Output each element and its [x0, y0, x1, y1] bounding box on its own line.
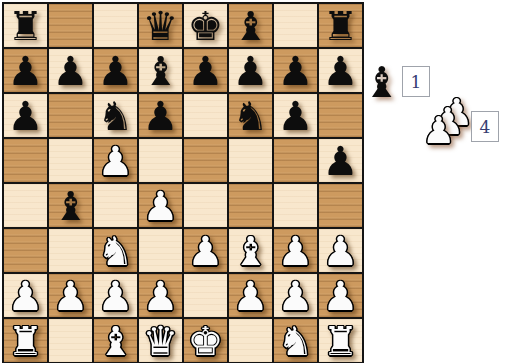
white-pawn-count-box: 4 [471, 111, 499, 142]
square-e5[interactable] [184, 139, 227, 182]
piece-black-pawn[interactable]: ♟ [278, 51, 314, 91]
square-b3[interactable] [49, 229, 92, 272]
square-b8[interactable] [49, 4, 92, 47]
square-f2[interactable]: ♟ [229, 274, 272, 317]
square-b6[interactable] [49, 94, 92, 137]
piece-white-pawn[interactable]: ♟ [233, 276, 269, 316]
piece-black-pawn[interactable]: ♟ [8, 51, 44, 91]
piece-black-rook[interactable]: ♜ [323, 6, 359, 46]
square-e2[interactable] [184, 274, 227, 317]
square-e4[interactable] [184, 184, 227, 227]
square-d7[interactable]: ♝ [139, 49, 182, 92]
square-g6[interactable]: ♟ [274, 94, 317, 137]
chess-board: ♜♛♚♝♜♟♟♟♝♟♟♟♟♟♞♟♞♟♟♟♝♟♞♟♝♟♟♟♟♟♟♟♟♟♜♝♛♚♞♜ [2, 2, 364, 363]
square-f8[interactable]: ♝ [229, 4, 272, 47]
square-e1[interactable]: ♚ [184, 319, 227, 362]
piece-black-pawn[interactable]: ♟ [53, 51, 89, 91]
white-pawn-count: 4 [480, 117, 491, 137]
piece-black-knight[interactable]: ♞ [98, 96, 134, 136]
square-e3[interactable]: ♟ [184, 229, 227, 272]
piece-white-pawn[interactable]: ♟ [8, 276, 44, 316]
square-f7[interactable]: ♟ [229, 49, 272, 92]
piece-white-pawn[interactable]: ♟ [143, 276, 179, 316]
black-bishop-icon: ♝ [363, 62, 401, 104]
square-a3[interactable] [4, 229, 47, 272]
piece-black-pawn[interactable]: ♟ [233, 51, 269, 91]
piece-white-pawn[interactable]: ♟ [188, 231, 224, 271]
piece-black-pawn[interactable]: ♟ [278, 96, 314, 136]
square-g4[interactable] [274, 184, 317, 227]
black-bishop-count-box: 1 [402, 66, 430, 97]
square-g5[interactable] [274, 139, 317, 182]
piece-black-bishop[interactable]: ♝ [143, 51, 179, 91]
piece-white-pawn[interactable]: ♟ [323, 276, 359, 316]
piece-white-pawn[interactable]: ♟ [278, 276, 314, 316]
square-f6[interactable]: ♞ [229, 94, 272, 137]
square-e8[interactable]: ♚ [184, 4, 227, 47]
square-h6[interactable] [319, 94, 362, 137]
piece-black-knight[interactable]: ♞ [233, 96, 269, 136]
square-h1[interactable]: ♜ [319, 319, 362, 362]
square-f1[interactable] [229, 319, 272, 362]
square-a8[interactable]: ♜ [4, 4, 47, 47]
piece-black-pawn[interactable]: ♟ [323, 141, 359, 181]
piece-white-rook[interactable]: ♜ [323, 321, 359, 361]
piece-white-pawn[interactable]: ♟ [278, 231, 314, 271]
square-f3[interactable]: ♝ [229, 229, 272, 272]
square-c3[interactable]: ♞ [94, 229, 137, 272]
square-a6[interactable]: ♟ [4, 94, 47, 137]
piece-white-bishop[interactable]: ♝ [98, 321, 134, 361]
piece-white-queen[interactable]: ♛ [143, 321, 179, 361]
square-h4[interactable] [319, 184, 362, 227]
square-c6[interactable]: ♞ [94, 94, 137, 137]
square-a1[interactable]: ♜ [4, 319, 47, 362]
square-b5[interactable] [49, 139, 92, 182]
square-g1[interactable]: ♞ [274, 319, 317, 362]
square-d3[interactable] [139, 229, 182, 272]
piece-black-bishop[interactable]: ♝ [53, 186, 89, 226]
square-g8[interactable] [274, 4, 317, 47]
square-g3[interactable]: ♟ [274, 229, 317, 272]
piece-white-king[interactable]: ♚ [188, 321, 224, 361]
piece-white-pawn[interactable]: ♟ [143, 186, 179, 226]
square-d2[interactable]: ♟ [139, 274, 182, 317]
square-c7[interactable]: ♟ [94, 49, 137, 92]
piece-white-pawn[interactable]: ♟ [53, 276, 89, 316]
piece-black-pawn[interactable]: ♟ [323, 51, 359, 91]
square-h7[interactable]: ♟ [319, 49, 362, 92]
square-d4[interactable]: ♟ [139, 184, 182, 227]
square-a5[interactable] [4, 139, 47, 182]
square-c4[interactable] [94, 184, 137, 227]
piece-black-pawn[interactable]: ♟ [98, 51, 134, 91]
square-c5[interactable]: ♟ [94, 139, 137, 182]
square-h3[interactable]: ♟ [319, 229, 362, 272]
square-b1[interactable] [49, 319, 92, 362]
piece-black-king[interactable]: ♚ [188, 6, 224, 46]
square-h8[interactable]: ♜ [319, 4, 362, 47]
square-h5[interactable]: ♟ [319, 139, 362, 182]
square-d1[interactable]: ♛ [139, 319, 182, 362]
square-f5[interactable] [229, 139, 272, 182]
piece-black-bishop[interactable]: ♝ [233, 6, 269, 46]
square-b2[interactable]: ♟ [49, 274, 92, 317]
white-pawn-icon: ♟ [422, 112, 455, 149]
square-e7[interactable]: ♟ [184, 49, 227, 92]
piece-white-bishop[interactable]: ♝ [233, 231, 269, 271]
square-b7[interactable]: ♟ [49, 49, 92, 92]
square-d5[interactable] [139, 139, 182, 182]
piece-white-knight[interactable]: ♞ [98, 231, 134, 271]
black-bishop-count: 1 [411, 72, 422, 92]
piece-white-pawn[interactable]: ♟ [98, 276, 134, 316]
square-h2[interactable]: ♟ [319, 274, 362, 317]
square-d6[interactable]: ♟ [139, 94, 182, 137]
square-a7[interactable]: ♟ [4, 49, 47, 92]
piece-black-queen[interactable]: ♛ [143, 6, 179, 46]
piece-black-rook[interactable]: ♜ [8, 6, 44, 46]
square-g2[interactable]: ♟ [274, 274, 317, 317]
square-c1[interactable]: ♝ [94, 319, 137, 362]
piece-black-pawn[interactable]: ♟ [8, 96, 44, 136]
piece-white-rook[interactable]: ♜ [8, 321, 44, 361]
square-c8[interactable] [94, 4, 137, 47]
square-e6[interactable] [184, 94, 227, 137]
piece-white-pawn[interactable]: ♟ [98, 141, 134, 181]
square-a2[interactable]: ♟ [4, 274, 47, 317]
square-b4[interactable]: ♝ [49, 184, 92, 227]
square-a4[interactable] [4, 184, 47, 227]
piece-black-pawn[interactable]: ♟ [143, 96, 179, 136]
piece-black-pawn[interactable]: ♟ [188, 51, 224, 91]
square-g7[interactable]: ♟ [274, 49, 317, 92]
square-f4[interactable] [229, 184, 272, 227]
piece-white-knight[interactable]: ♞ [278, 321, 314, 361]
square-c2[interactable]: ♟ [94, 274, 137, 317]
square-d8[interactable]: ♛ [139, 4, 182, 47]
piece-white-pawn[interactable]: ♟ [323, 231, 359, 271]
